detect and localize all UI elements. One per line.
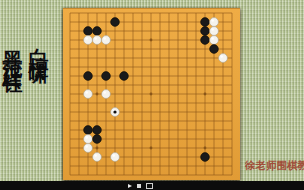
white-player-name: 檀啸 (27, 40, 51, 56)
player-control-bar (0, 181, 304, 190)
stone-highlight (113, 154, 115, 156)
stones (84, 18, 228, 162)
black-stone (210, 45, 219, 54)
stone-highlight (212, 37, 214, 39)
white-stone (93, 36, 102, 45)
go-board[interactable] (63, 8, 240, 180)
black-stone (111, 18, 120, 27)
stone-highlight (104, 37, 106, 39)
board-grid-svg (63, 9, 240, 180)
black-stone (84, 72, 93, 81)
white-stone (210, 36, 219, 45)
black-label: 黑 (1, 34, 25, 42)
white-stone (111, 153, 120, 162)
stone-highlight (95, 37, 97, 39)
stone-highlight (86, 37, 88, 39)
fullscreen-icon[interactable] (146, 183, 153, 189)
white-stone (84, 144, 93, 153)
black-stone (84, 126, 93, 135)
black-stone (102, 72, 111, 81)
white-stone (84, 90, 93, 99)
white-stone (84, 36, 93, 45)
white-stone (219, 54, 228, 63)
black-stone (93, 126, 102, 135)
last-move-marker (113, 110, 116, 113)
white-stone (93, 153, 102, 162)
white-stone (84, 135, 93, 144)
stone-highlight (86, 91, 88, 93)
white-stone (102, 36, 111, 45)
black-stone (201, 18, 210, 27)
stone-highlight (86, 145, 88, 147)
watermark: 徐老师围棋教室 (245, 159, 304, 173)
black-stone (120, 72, 129, 81)
white-stone (210, 27, 219, 36)
stone-highlight (212, 28, 214, 30)
media-controls (128, 183, 153, 189)
white-stone (210, 18, 219, 27)
black-stone (201, 153, 210, 162)
stone-highlight (104, 91, 106, 93)
black-player-name: 范廷钰 (1, 42, 25, 66)
play-icon[interactable] (128, 184, 132, 188)
stone-highlight (86, 136, 88, 138)
app-window: 黑范廷钰 白檀啸 徐老师围棋教室 (0, 0, 304, 190)
white-stone (102, 90, 111, 99)
white-player-column: 白檀啸 (28, 32, 50, 56)
white-label: 白 (27, 32, 51, 40)
black-stone (201, 27, 210, 36)
black-stone (93, 135, 102, 144)
black-stone (201, 36, 210, 45)
stop-icon[interactable] (137, 184, 141, 188)
black-player-column: 黑范廷钰 (2, 34, 24, 66)
stone-highlight (95, 154, 97, 156)
stone-highlight (212, 19, 214, 21)
black-stone (84, 27, 93, 36)
black-stone (93, 27, 102, 36)
stone-highlight (221, 55, 223, 57)
